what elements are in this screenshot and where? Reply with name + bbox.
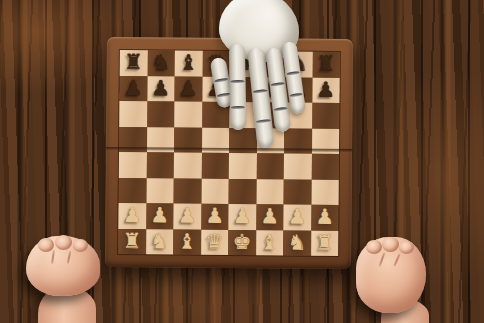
scene: ♜♞♝♛♚♝♞♜♟♟♟♟♟♟♟♟♟♟♟♟♟♟♟♟♜♞♝♛♚♝♞♜ xyxy=(0,0,484,323)
square-e2: ♟ xyxy=(228,204,256,230)
square-a3 xyxy=(119,178,147,204)
square-a7: ♟ xyxy=(119,76,147,102)
square-e4 xyxy=(229,153,257,179)
square-g4 xyxy=(284,153,312,179)
square-a4 xyxy=(119,152,147,178)
left-knuckle xyxy=(38,238,54,252)
square-a8: ♜ xyxy=(120,50,148,76)
piece-black-rook: ♜ xyxy=(312,52,340,78)
square-c8: ♝ xyxy=(175,51,203,77)
square-h2: ♟ xyxy=(311,205,339,231)
piece-white-bishop: ♝ xyxy=(173,229,201,255)
piece-white-pawn: ♟ xyxy=(228,204,256,230)
piece-white-queen: ♛ xyxy=(201,229,229,255)
square-h4 xyxy=(311,154,339,180)
square-b8: ♞ xyxy=(147,50,175,76)
piece-white-rook: ♜ xyxy=(118,229,146,255)
square-b3 xyxy=(146,178,174,204)
piece-black-pawn: ♟ xyxy=(147,76,175,102)
square-c4 xyxy=(174,153,202,179)
square-d4 xyxy=(201,153,229,179)
square-b6 xyxy=(147,101,175,127)
square-h6 xyxy=(312,103,340,129)
right-knuckle xyxy=(366,240,382,254)
piece-black-rook: ♜ xyxy=(120,50,148,76)
square-d2: ♟ xyxy=(201,204,229,230)
piece-white-bishop: ♝ xyxy=(256,230,284,256)
square-h3 xyxy=(311,179,339,205)
square-c7: ♟ xyxy=(174,76,202,102)
square-f4 xyxy=(256,153,284,179)
piece-black-bishop: ♝ xyxy=(175,51,203,77)
square-d1: ♛ xyxy=(201,229,229,255)
square-c1: ♝ xyxy=(173,229,201,255)
square-c3 xyxy=(174,178,202,204)
square-e1: ♚ xyxy=(228,229,256,255)
piece-black-pawn: ♟ xyxy=(174,76,202,102)
piece-white-pawn: ♟ xyxy=(311,205,339,231)
piece-white-pawn: ♟ xyxy=(146,203,174,229)
square-b7: ♟ xyxy=(147,76,175,102)
piece-white-pawn: ♟ xyxy=(256,204,284,230)
square-a6 xyxy=(119,101,147,127)
piece-white-pawn: ♟ xyxy=(173,204,201,230)
left-knuckle xyxy=(55,235,72,250)
square-g2: ♟ xyxy=(283,204,311,230)
square-a1: ♜ xyxy=(118,229,146,255)
piece-white-knight: ♞ xyxy=(146,229,174,255)
right-knuckle xyxy=(382,237,399,252)
piece-black-knight: ♞ xyxy=(147,50,175,76)
square-b2: ♟ xyxy=(146,203,174,229)
square-e3 xyxy=(229,178,257,204)
square-f1: ♝ xyxy=(256,230,284,256)
piece-white-pawn: ♟ xyxy=(201,204,229,230)
square-a2: ♟ xyxy=(118,203,146,229)
square-c2: ♟ xyxy=(173,204,201,230)
piece-white-knight: ♞ xyxy=(283,230,311,256)
piece-black-pawn: ♟ xyxy=(312,77,340,103)
square-g1: ♞ xyxy=(283,230,311,256)
piece-white-rook: ♜ xyxy=(311,230,339,256)
square-f3 xyxy=(256,179,284,205)
square-b4 xyxy=(146,152,174,178)
square-h8: ♜ xyxy=(312,52,340,78)
square-h7: ♟ xyxy=(312,77,340,103)
square-d3 xyxy=(201,178,229,204)
square-b1: ♞ xyxy=(146,229,174,255)
square-f2: ♟ xyxy=(256,204,284,230)
piece-white-king: ♚ xyxy=(228,229,256,255)
robot-hand-shadow xyxy=(203,12,315,124)
square-h1: ♜ xyxy=(311,230,339,256)
square-g3 xyxy=(284,179,312,205)
right-knuckle xyxy=(399,241,414,254)
square-c6 xyxy=(174,102,202,128)
piece-white-pawn: ♟ xyxy=(118,203,146,229)
piece-black-pawn: ♟ xyxy=(119,76,147,102)
left-knuckle xyxy=(73,239,88,252)
piece-white-pawn: ♟ xyxy=(283,204,311,230)
